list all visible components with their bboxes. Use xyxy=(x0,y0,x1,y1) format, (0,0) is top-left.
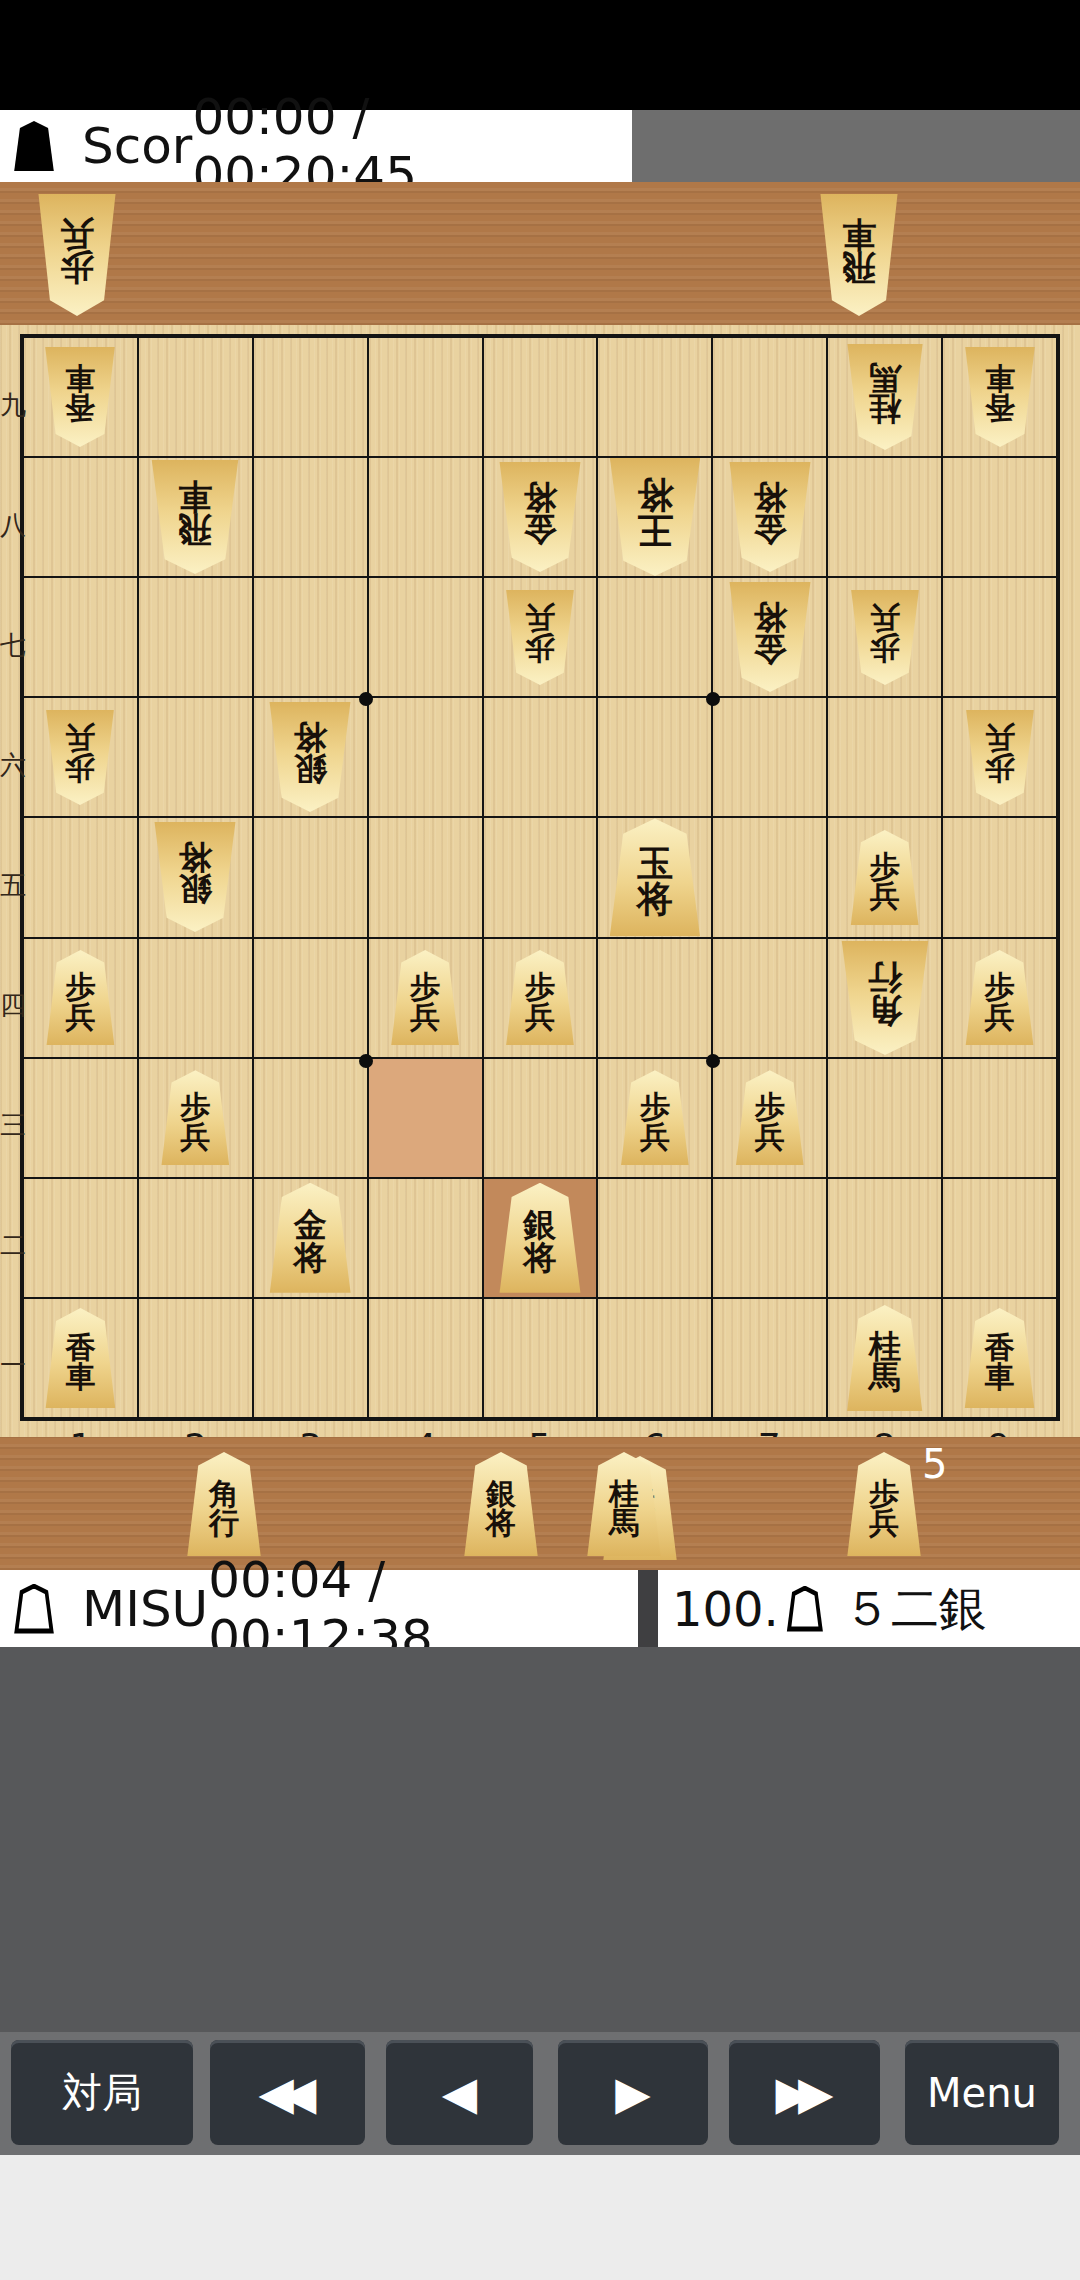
app-screen: Scor 00:00 / 00:20:45 香車桂馬香車飛車金将王将金将歩兵金将… xyxy=(0,0,1080,2280)
move-number: 100. xyxy=(672,1581,779,1637)
hand-piece-飛車[interactable]: 飛車 xyxy=(818,194,900,316)
square-5二[interactable]: 銀将 xyxy=(484,1179,597,1297)
square-6一[interactable] xyxy=(598,1299,711,1417)
square-9四[interactable]: 歩兵 xyxy=(943,939,1056,1057)
square-4五[interactable] xyxy=(369,818,482,936)
rank-label-一: 一 xyxy=(0,1348,20,1383)
shogi-piece-歩兵-gote[interactable]: 歩兵 xyxy=(964,950,1036,1045)
square-7二[interactable] xyxy=(713,1179,826,1297)
square-9三[interactable] xyxy=(943,1059,1056,1177)
black-piece-icon xyxy=(12,121,56,171)
square-3八[interactable] xyxy=(254,458,367,576)
shogi-piece-歩兵-gote[interactable]: 歩兵 xyxy=(619,1070,691,1165)
square-1三[interactable] xyxy=(24,1059,137,1177)
hand-piece-銀将[interactable]: 銀将 xyxy=(462,1452,540,1556)
rank-label-五: 五 xyxy=(0,868,20,903)
shogi-piece-角行-sente[interactable]: 角行 xyxy=(839,941,931,1055)
square-5六[interactable] xyxy=(484,698,597,816)
square-4九[interactable] xyxy=(369,338,482,456)
pawn-in-hand-count: 5 xyxy=(922,1441,947,1487)
rank-label-八: 八 xyxy=(0,508,20,543)
star-point xyxy=(359,692,373,706)
shogi-piece-歩兵-sente[interactable]: 歩兵 xyxy=(964,710,1036,805)
square-9五[interactable] xyxy=(943,818,1056,936)
square-8七[interactable]: 歩兵 xyxy=(828,578,941,696)
shogi-piece-銀将-gote[interactable]: 銀将 xyxy=(462,1452,540,1556)
square-2九[interactable] xyxy=(139,338,252,456)
square-9六[interactable]: 歩兵 xyxy=(943,698,1056,816)
square-6二[interactable] xyxy=(598,1179,711,1297)
square-3三[interactable] xyxy=(254,1059,367,1177)
bottom-bars: MISU 00:04 / 00:12:38 100. ５二銀 xyxy=(0,1570,1080,1647)
square-5五[interactable] xyxy=(484,818,597,936)
square-6七[interactable] xyxy=(598,578,711,696)
square-7五[interactable] xyxy=(713,818,826,936)
top-player-bar: Scor 00:00 / 00:20:45 xyxy=(0,110,1080,182)
square-1五[interactable] xyxy=(24,818,137,936)
star-point xyxy=(359,1054,373,1068)
square-2一[interactable] xyxy=(139,1299,252,1417)
square-2八[interactable]: 飛車 xyxy=(139,458,252,576)
square-8九[interactable]: 桂馬 xyxy=(828,338,941,456)
navigation-strip xyxy=(0,2155,1080,2280)
shogi-piece-歩兵-gote[interactable]: 歩兵 xyxy=(849,830,921,925)
square-6六[interactable] xyxy=(598,698,711,816)
square-1二[interactable] xyxy=(24,1179,137,1297)
shogi-piece-飛車-sente[interactable]: 飛車 xyxy=(818,194,900,316)
square-5九[interactable] xyxy=(484,338,597,456)
shogi-piece-桂馬-gote[interactable]: 桂馬 xyxy=(845,1305,925,1411)
square-4四[interactable]: 歩兵 xyxy=(369,939,482,1057)
shogi-piece-歩兵-gote[interactable]: 歩兵 xyxy=(504,950,576,1045)
square-2二[interactable] xyxy=(139,1179,252,1297)
shogi-piece-歩兵-sente[interactable]: 歩兵 xyxy=(44,710,116,805)
square-7三[interactable]: 歩兵 xyxy=(713,1059,826,1177)
square-3七[interactable] xyxy=(254,578,367,696)
square-9二[interactable] xyxy=(943,1179,1056,1297)
square-8八[interactable] xyxy=(828,458,941,576)
shogi-piece-香車-sente[interactable]: 香車 xyxy=(963,347,1037,447)
square-9八[interactable] xyxy=(943,458,1056,576)
square-6八[interactable]: 王将 xyxy=(598,458,711,576)
shogi-piece-金将-sente[interactable]: 金将 xyxy=(727,462,813,572)
square-2七[interactable] xyxy=(139,578,252,696)
square-4六[interactable] xyxy=(369,698,482,816)
square-1六[interactable]: 歩兵 xyxy=(24,698,137,816)
square-6三[interactable]: 歩兵 xyxy=(598,1059,711,1177)
square-5四[interactable]: 歩兵 xyxy=(484,939,597,1057)
shogi-piece-玉将-gote[interactable]: 玉将 xyxy=(607,818,703,936)
square-4二[interactable] xyxy=(369,1179,482,1297)
square-8三[interactable] xyxy=(828,1059,941,1177)
shogi-piece-金将-sente[interactable]: 金将 xyxy=(497,462,583,572)
square-3一[interactable] xyxy=(254,1299,367,1417)
square-9七[interactable] xyxy=(943,578,1056,696)
square-5三[interactable] xyxy=(484,1059,597,1177)
square-3九[interactable] xyxy=(254,338,367,456)
shogi-piece-銀将-sente[interactable]: 銀将 xyxy=(152,822,238,932)
hand-piece-桂馬[interactable]: 桂馬桂馬 xyxy=(585,1452,663,1556)
square-3五[interactable] xyxy=(254,818,367,936)
rank-label-七: 七 xyxy=(0,628,20,663)
rank-label-三: 三 xyxy=(0,1108,20,1143)
square-4三[interactable] xyxy=(369,1059,482,1177)
square-5一[interactable] xyxy=(484,1299,597,1417)
square-2四[interactable] xyxy=(139,939,252,1057)
shogi-piece-桂馬-sente[interactable]: 桂馬 xyxy=(845,344,925,450)
square-3四[interactable] xyxy=(254,939,367,1057)
square-9一[interactable]: 香車 xyxy=(943,1299,1056,1417)
shogi-piece-金将-sente[interactable]: 金将 xyxy=(727,582,813,692)
square-1七[interactable] xyxy=(24,578,137,696)
square-4一[interactable] xyxy=(369,1299,482,1417)
fast-forward-to-end-button[interactable]: ▶▶ xyxy=(729,2040,880,2145)
hand-piece-角行[interactable]: 角行 xyxy=(185,1452,263,1556)
shogi-piece-銀将-sente[interactable]: 銀将 xyxy=(267,702,353,812)
square-8二[interactable] xyxy=(828,1179,941,1297)
white-piece-icon xyxy=(12,1584,56,1634)
menu-button[interactable]: Menu xyxy=(905,2040,1059,2145)
step-forward-button[interactable]: ▶ xyxy=(558,2040,708,2145)
star-point xyxy=(706,1054,720,1068)
square-7一[interactable] xyxy=(713,1299,826,1417)
top-player-name: Scor xyxy=(82,117,192,175)
toolbar: 対局◀◀◀▶▶▶Menu xyxy=(0,2032,1080,2155)
bottom-player-name: MISU xyxy=(82,1580,208,1638)
square-9九[interactable]: 香車 xyxy=(943,338,1056,456)
square-8四[interactable]: 角行 xyxy=(828,939,941,1057)
shogi-piece-歩兵-gote[interactable]: 歩兵 xyxy=(389,950,461,1045)
rank-label-二: 二 xyxy=(0,1228,20,1263)
shogi-piece-歩兵-gote[interactable]: 歩兵 xyxy=(734,1070,806,1165)
square-7八[interactable]: 金将 xyxy=(713,458,826,576)
shogi-piece-歩兵-gote[interactable]: 歩兵 xyxy=(44,950,116,1045)
move-panel: 100. ５二銀 xyxy=(658,1570,1080,1647)
rank-label-六: 六 xyxy=(0,748,20,783)
shogi-piece-金将-gote[interactable]: 金将 xyxy=(267,1183,353,1293)
square-8一[interactable]: 桂馬 xyxy=(828,1299,941,1417)
square-8六[interactable] xyxy=(828,698,941,816)
top-player-panel: Scor 00:00 / 00:20:45 xyxy=(0,110,632,182)
shogi-piece-歩兵-sente[interactable]: 歩兵 xyxy=(504,590,576,685)
square-7七[interactable]: 金将 xyxy=(713,578,826,696)
rewind-to-start-button[interactable]: ◀◀ xyxy=(210,2040,365,2145)
shogi-piece-歩兵-sente[interactable]: 歩兵 xyxy=(849,590,921,685)
shogi-board[interactable]: 香車桂馬香車飛車金将王将金将歩兵金将歩兵歩兵銀将歩兵銀将玉将歩兵歩兵歩兵歩兵角行… xyxy=(20,334,1060,1421)
top-komadai xyxy=(0,182,1080,325)
star-point xyxy=(706,692,720,706)
square-8五[interactable]: 歩兵 xyxy=(828,818,941,936)
square-4八[interactable] xyxy=(369,458,482,576)
shogi-piece-香車-sente[interactable]: 香車 xyxy=(43,347,117,447)
shogi-piece-歩兵-gote[interactable]: 歩兵 xyxy=(159,1070,231,1165)
square-6四[interactable] xyxy=(598,939,711,1057)
step-back-button[interactable]: ◀ xyxy=(386,2040,533,2145)
shogi-piece-王将-sente[interactable]: 王将 xyxy=(607,458,703,576)
shogi-piece-歩兵-sente[interactable]: 歩兵 xyxy=(36,194,118,316)
square-7九[interactable] xyxy=(713,338,826,456)
square-1四[interactable]: 歩兵 xyxy=(24,939,137,1057)
square-2三[interactable]: 歩兵 xyxy=(139,1059,252,1177)
board-area: 香車桂馬香車飛車金将王将金将歩兵金将歩兵歩兵銀将歩兵銀将玉将歩兵歩兵歩兵歩兵角行… xyxy=(0,325,1080,1437)
square-1一[interactable]: 香車 xyxy=(24,1299,137,1417)
square-7六[interactable] xyxy=(713,698,826,816)
last-move-text: ５二銀 xyxy=(843,1577,987,1641)
shogi-piece-飛車-sente[interactable]: 飛車 xyxy=(149,460,241,574)
square-5八[interactable]: 金将 xyxy=(484,458,597,576)
hand-piece-歩兵[interactable]: 歩兵 xyxy=(36,194,118,316)
shogi-piece-香車-gote[interactable]: 香車 xyxy=(963,1308,1037,1408)
rank-label-九: 九 xyxy=(0,388,20,423)
square-6五[interactable]: 玉将 xyxy=(598,818,711,936)
square-1八[interactable] xyxy=(24,458,137,576)
rank-label-四: 四 xyxy=(0,988,20,1023)
square-3二[interactable]: 金将 xyxy=(254,1179,367,1297)
square-1九[interactable]: 香車 xyxy=(24,338,137,456)
play-game-button[interactable]: 対局 xyxy=(11,2040,193,2145)
square-2六[interactable] xyxy=(139,698,252,816)
square-4七[interactable] xyxy=(369,578,482,696)
shogi-piece-銀将-gote[interactable]: 銀将 xyxy=(497,1183,583,1293)
square-5七[interactable]: 歩兵 xyxy=(484,578,597,696)
shogi-piece-角行-gote[interactable]: 角行 xyxy=(185,1452,263,1556)
square-6九[interactable] xyxy=(598,338,711,456)
square-3六[interactable]: 銀将 xyxy=(254,698,367,816)
square-7四[interactable] xyxy=(713,939,826,1057)
shogi-piece-香車-gote[interactable]: 香車 xyxy=(43,1308,117,1408)
shogi-piece-歩兵-gote[interactable]: 歩兵 xyxy=(845,1452,923,1556)
hand-piece-歩兵[interactable]: 歩兵 xyxy=(845,1452,923,1556)
empty-content-area xyxy=(0,1647,1080,2032)
square-2五[interactable]: 銀将 xyxy=(139,818,252,936)
white-piece-icon-small xyxy=(785,1586,825,1632)
bottom-player-panel: MISU 00:04 / 00:12:38 xyxy=(0,1570,638,1647)
